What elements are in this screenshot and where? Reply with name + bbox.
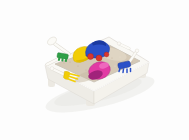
product-photo-sandbox: [0, 0, 189, 140]
yellow-fork-handle-knob: [50, 67, 54, 71]
blue-rake-handle-knob: [135, 49, 139, 53]
blue-truck-wheel: [96, 55, 102, 61]
blue-truck-wheel: [104, 52, 109, 57]
blue-truck-wheel: [88, 54, 94, 60]
white-hand-tool-knob: [117, 42, 120, 45]
